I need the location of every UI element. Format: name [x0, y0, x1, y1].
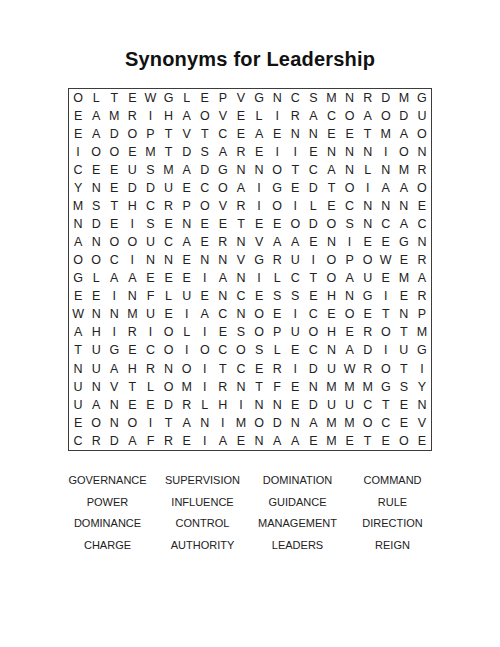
grid-cell-r5c12: O [268, 161, 286, 179]
grid-cell-r19c1: E [69, 414, 87, 432]
grid-cell-r9c7: A [178, 233, 196, 251]
grid-cell-r5c20: R [413, 161, 431, 179]
grid-cell-r14c13: U [286, 324, 304, 342]
grid-cell-r11c3: A [105, 269, 123, 287]
grid-cell-r19c6: T [160, 414, 178, 432]
grid-cell-r1c13: C [286, 89, 304, 107]
grid-cell-r20c4: A [123, 432, 141, 450]
grid-cell-r4c5: M [141, 143, 159, 161]
grid-cell-r18c1: U [69, 396, 87, 414]
grid-cell-r13c18: T [377, 306, 395, 324]
puzzle-page: Synonyms for Leadership OLTEWGLEPVGNCSMN… [0, 48, 500, 647]
grid-cell-r20c5: F [141, 432, 159, 450]
grid-cell-r1c17: R [359, 89, 377, 107]
grid-cell-r1c4: E [123, 89, 141, 107]
grid-cell-r11c6: E [160, 269, 178, 287]
grid-cell-r16c2: U [87, 360, 105, 378]
grid-cell-r11c2: L [87, 269, 105, 287]
grid-cell-r4c14: E [304, 143, 322, 161]
word-list-column-2: SUPERVISIONINFLUENCECONTROLAUTHORITY [155, 470, 250, 556]
grid-cell-r11c8: I [196, 269, 214, 287]
grid-cell-r3c17: T [359, 125, 377, 143]
grid-cell-r16c12: R [268, 360, 286, 378]
grid-cell-r17c1: U [69, 378, 87, 396]
grid-cell-r14c12: P [268, 324, 286, 342]
grid-cell-r3c18: M [377, 125, 395, 143]
grid-cell-r15c7: I [178, 342, 196, 360]
grid-cell-r15c5: C [141, 342, 159, 360]
grid-cell-r18c5: E [141, 396, 159, 414]
grid-cell-r10c18: W [377, 251, 395, 269]
grid-cell-r7c19: N [395, 197, 413, 215]
grid-cell-r16c7: O [178, 360, 196, 378]
grid-cell-r7c9: V [214, 197, 232, 215]
word-list-column-4: COMMANDRULEDIRECTIONREIGN [345, 470, 440, 556]
grid-cell-r18c2: A [87, 396, 105, 414]
grid-cell-r17c11: T [250, 378, 268, 396]
grid-cell-r18c3: N [105, 396, 123, 414]
grid-cell-r10c4: I [123, 251, 141, 269]
grid-cell-r19c4: O [123, 414, 141, 432]
grid-cell-r12c2: E [87, 288, 105, 306]
grid-cell-r14c16: E [341, 324, 359, 342]
grid-cell-r2c14: A [304, 107, 322, 125]
grid-cell-r8c16: S [341, 215, 359, 233]
grid-cell-r8c10: T [232, 215, 250, 233]
grid-cell-r3c7: V [178, 125, 196, 143]
grid-cell-r4c15: N [322, 143, 340, 161]
grid-cell-r15c9: C [214, 342, 232, 360]
grid-cell-r18c17: C [359, 396, 377, 414]
grid-cell-r4c2: O [87, 143, 105, 161]
grid-cell-r19c11: O [250, 414, 268, 432]
grid-cell-r4c17: N [359, 143, 377, 161]
grid-cell-r7c7: P [178, 197, 196, 215]
grid-cell-r5c11: N [250, 161, 268, 179]
grid-cell-r2c9: V [214, 107, 232, 125]
grid-cell-r18c15: U [322, 396, 340, 414]
grid-cell-r13c7: I [178, 306, 196, 324]
grid-cell-r20c1: C [69, 432, 87, 450]
grid-cell-r6c13: E [286, 179, 304, 197]
grid-cell-r7c14: L [304, 197, 322, 215]
grid-cell-r3c3: D [105, 125, 123, 143]
grid-cell-r14c15: H [322, 324, 340, 342]
grid-cell-r17c15: M [322, 378, 340, 396]
grid-cell-r6c10: A [232, 179, 250, 197]
grid-cell-r9c9: R [214, 233, 232, 251]
grid-cell-r9c11: V [250, 233, 268, 251]
grid-cell-r3c4: O [123, 125, 141, 143]
grid-cell-r3c5: P [141, 125, 159, 143]
grid-cell-r14c2: H [87, 324, 105, 342]
grid-cell-r10c6: N [160, 251, 178, 269]
grid-cell-r20c12: A [268, 432, 286, 450]
grid-cell-r7c6: R [160, 197, 178, 215]
grid-cell-r20c20: E [413, 432, 431, 450]
grid-cell-r11c20: A [413, 269, 431, 287]
grid-cell-r4c8: S [196, 143, 214, 161]
grid-cell-r13c16: O [341, 306, 359, 324]
grid-cell-r16c20: I [413, 360, 431, 378]
grid-cell-r6c15: T [322, 179, 340, 197]
grid-cell-r17c19: S [395, 378, 413, 396]
grid-cell-r6c7: E [178, 179, 196, 197]
grid-cell-r6c17: I [359, 179, 377, 197]
grid-cell-r14c8: I [196, 324, 214, 342]
grid-cell-r7c18: N [377, 197, 395, 215]
grid-cell-r16c10: C [232, 360, 250, 378]
grid-cell-r5c7: A [178, 161, 196, 179]
grid-cell-r19c17: O [359, 414, 377, 432]
grid-cell-r7c8: O [196, 197, 214, 215]
word-list-item: GOVERNANCE [60, 470, 155, 492]
grid-cell-r3c19: A [395, 125, 413, 143]
grid-cell-r11c16: A [341, 269, 359, 287]
grid-cell-r15c12: L [268, 342, 286, 360]
grid-cell-r14c3: I [105, 324, 123, 342]
grid-cell-r12c20: R [413, 288, 431, 306]
grid-cell-r16c11: E [250, 360, 268, 378]
grid-cell-r6c14: D [304, 179, 322, 197]
grid-cell-r18c9: H [214, 396, 232, 414]
grid-cell-r18c19: E [395, 396, 413, 414]
grid-cell-r18c18: T [377, 396, 395, 414]
word-list-column-3: DOMINATIONGUIDANCEMANAGEMENTLEADERS [250, 470, 345, 556]
grid-cell-r12c9: N [214, 288, 232, 306]
grid-cell-r8c6: E [160, 215, 178, 233]
grid-cell-r1c2: L [87, 89, 105, 107]
grid-cell-r14c18: O [377, 324, 395, 342]
grid-cell-r5c13: T [286, 161, 304, 179]
grid-cell-r8c11: E [250, 215, 268, 233]
grid-cell-r14c5: I [141, 324, 159, 342]
grid-cell-r17c5: L [141, 378, 159, 396]
grid-cell-r6c8: C [196, 179, 214, 197]
grid-cell-r2c8: O [196, 107, 214, 125]
grid-cell-r18c8: L [196, 396, 214, 414]
grid-cell-r16c1: N [69, 360, 87, 378]
grid-cell-r11c9: A [214, 269, 232, 287]
grid-cell-r19c15: M [322, 414, 340, 432]
word-list-item: AUTHORITY [155, 535, 250, 557]
grid-cell-r4c16: N [341, 143, 359, 161]
word-list-item: RULE [345, 492, 440, 514]
grid-cell-r10c5: N [141, 251, 159, 269]
grid-cell-r10c1: O [69, 251, 87, 269]
grid-cell-r2c13: R [286, 107, 304, 125]
grid-cell-r12c1: E [69, 288, 87, 306]
grid-cell-r16c16: W [341, 360, 359, 378]
grid-cell-r12c3: I [105, 288, 123, 306]
grid-cell-r18c16: U [341, 396, 359, 414]
grid-cell-r16c14: D [304, 360, 322, 378]
grid-cell-r20c17: T [359, 432, 377, 450]
grid-cell-r16c4: H [123, 360, 141, 378]
grid-cell-r5c17: L [359, 161, 377, 179]
grid-cell-r6c5: D [141, 179, 159, 197]
grid-cell-r11c17: U [359, 269, 377, 287]
grid-cell-r6c18: A [377, 179, 395, 197]
grid-cell-r10c2: O [87, 251, 105, 269]
grid-cell-r8c9: E [214, 215, 232, 233]
grid-cell-r8c20: C [413, 215, 431, 233]
grid-cell-r5c5: S [141, 161, 159, 179]
word-list-item: DIRECTION [345, 513, 440, 535]
grid-cell-r6c19: A [395, 179, 413, 197]
grid-cell-r16c3: A [105, 360, 123, 378]
grid-cell-r13c1: W [69, 306, 87, 324]
grid-cell-r18c6: D [160, 396, 178, 414]
grid-cell-r3c20: O [413, 125, 431, 143]
grid-cell-r10c20: R [413, 251, 431, 269]
grid-cell-r20c9: A [214, 432, 232, 450]
grid-cell-r5c1: C [69, 161, 87, 179]
grid-cell-r13c6: E [160, 306, 178, 324]
grid-cell-r8c1: N [69, 215, 87, 233]
grid-cell-r12c19: E [395, 288, 413, 306]
grid-cell-r10c14: I [304, 251, 322, 269]
grid-cell-r3c8: T [196, 125, 214, 143]
grid-cell-r15c11: S [250, 342, 268, 360]
grid-cell-r9c19: G [395, 233, 413, 251]
grid-cell-r3c15: E [322, 125, 340, 143]
grid-cell-r13c11: O [250, 306, 268, 324]
grid-cell-r9c13: A [286, 233, 304, 251]
grid-cell-r12c11: E [250, 288, 268, 306]
word-list: GOVERNANCEPOWERDOMINANCECHARGESUPERVISIO… [60, 470, 440, 556]
grid-cell-r5c9: G [214, 161, 232, 179]
grid-cell-r5c16: N [341, 161, 359, 179]
grid-cell-r9c8: E [196, 233, 214, 251]
grid-cell-r1c16: N [341, 89, 359, 107]
grid-cell-r4c9: A [214, 143, 232, 161]
grid-cell-r17c7: M [178, 378, 196, 396]
grid-cell-r19c12: D [268, 414, 286, 432]
grid-cell-r12c15: H [322, 288, 340, 306]
grid-cell-r20c11: N [250, 432, 268, 450]
grid-cell-r1c1: O [69, 89, 87, 107]
grid-cell-r14c9: E [214, 324, 232, 342]
grid-cell-r12c17: G [359, 288, 377, 306]
grid-cell-r10c12: R [268, 251, 286, 269]
grid-cell-r15c16: A [341, 342, 359, 360]
grid-cell-r8c17: N [359, 215, 377, 233]
grid-cell-r9c3: O [105, 233, 123, 251]
grid-cell-r2c11: L [250, 107, 268, 125]
grid-cell-r6c4: D [123, 179, 141, 197]
grid-cell-r11c14: T [304, 269, 322, 287]
grid-cell-r4c12: I [268, 143, 286, 161]
grid-cell-r13c19: N [395, 306, 413, 324]
grid-cell-r8c12: E [268, 215, 286, 233]
grid-cell-r8c5: S [141, 215, 159, 233]
grid-cell-r17c8: I [196, 378, 214, 396]
grid-cell-r5c14: C [304, 161, 322, 179]
grid-cell-r13c10: N [232, 306, 250, 324]
grid-cell-r3c10: E [232, 125, 250, 143]
word-list-item: DOMINATION [250, 470, 345, 492]
grid-cell-r17c10: N [232, 378, 250, 396]
grid-cell-r19c20: V [413, 414, 431, 432]
grid-cell-r12c16: N [341, 288, 359, 306]
grid-cell-r20c18: E [377, 432, 395, 450]
grid-cell-r4c13: I [286, 143, 304, 161]
grid-cell-r1c19: M [395, 89, 413, 107]
grid-cell-r15c4: E [123, 342, 141, 360]
grid-cell-r7c1: M [69, 197, 87, 215]
grid-cell-r1c5: W [141, 89, 159, 107]
grid-cell-r8c19: A [395, 215, 413, 233]
grid-cell-r19c9: I [214, 414, 232, 432]
word-list-item: LEADERS [250, 535, 345, 557]
grid-cell-r18c7: R [178, 396, 196, 414]
word-list-item: REIGN [345, 535, 440, 557]
grid-cell-r11c10: N [232, 269, 250, 287]
grid-cell-r12c4: N [123, 288, 141, 306]
grid-cell-r17c20: Y [413, 378, 431, 396]
grid-cell-r9c20: N [413, 233, 431, 251]
grid-cell-r6c2: N [87, 179, 105, 197]
grid-cell-r3c11: A [250, 125, 268, 143]
grid-cell-r2c20: U [413, 107, 431, 125]
grid-cell-r4c18: I [377, 143, 395, 161]
grid-cell-r11c7: E [178, 269, 196, 287]
grid-cell-r7c2: S [87, 197, 105, 215]
grid-cell-r17c17: M [359, 378, 377, 396]
grid-cell-r7c17: N [359, 197, 377, 215]
word-list-item: INFLUENCE [155, 492, 250, 514]
grid-cell-r20c13: A [286, 432, 304, 450]
grid-cell-r18c20: N [413, 396, 431, 414]
grid-cell-r3c12: E [268, 125, 286, 143]
grid-cell-r17c9: R [214, 378, 232, 396]
grid-cell-r9c6: C [160, 233, 178, 251]
grid-cell-r4c10: R [232, 143, 250, 161]
grid-cell-r10c9: N [214, 251, 232, 269]
grid-cell-r20c19: O [395, 432, 413, 450]
grid-cell-r12c13: S [286, 288, 304, 306]
grid-cell-r10c15: O [322, 251, 340, 269]
grid-cell-r19c7: A [178, 414, 196, 432]
grid-cell-r15c10: O [232, 342, 250, 360]
grid-cell-r8c7: N [178, 215, 196, 233]
grid-cell-r17c3: V [105, 378, 123, 396]
grid-cell-r7c16: C [341, 197, 359, 215]
grid-cell-r13c14: C [304, 306, 322, 324]
grid-cell-r9c17: E [359, 233, 377, 251]
grid-cell-r15c20: G [413, 342, 431, 360]
grid-cell-r3c9: C [214, 125, 232, 143]
grid-cell-r4c4: E [123, 143, 141, 161]
grid-cell-r20c8: I [196, 432, 214, 450]
grid-cell-r1c18: D [377, 89, 395, 107]
grid-cell-r10c8: N [196, 251, 214, 269]
grid-cell-r11c19: M [395, 269, 413, 287]
grid-cell-r20c6: R [160, 432, 178, 450]
grid-cell-r9c1: A [69, 233, 87, 251]
grid-cell-r13c3: N [105, 306, 123, 324]
grid-cell-r19c2: O [87, 414, 105, 432]
grid-cell-r12c14: E [304, 288, 322, 306]
grid-cell-r15c17: D [359, 342, 377, 360]
grid-cell-r10c17: O [359, 251, 377, 269]
grid-cell-r3c14: N [304, 125, 322, 143]
grid-cell-r20c3: D [105, 432, 123, 450]
grid-cell-r11c12: L [268, 269, 286, 287]
grid-cell-r9c18: E [377, 233, 395, 251]
grid-cell-r8c8: E [196, 215, 214, 233]
grid-cell-r7c15: E [322, 197, 340, 215]
grid-cell-r14c6: O [160, 324, 178, 342]
grid-cell-r18c10: I [232, 396, 250, 414]
grid-cell-r14c7: L [178, 324, 196, 342]
letter-grid: OLTEWGLEPVGNCSMNRDMGEAMRIHAOVELIRACOAODU… [68, 88, 432, 451]
grid-cell-r13c13: I [286, 306, 304, 324]
grid-cell-r10c13: U [286, 251, 304, 269]
grid-cell-r7c13: I [286, 197, 304, 215]
grid-cell-r9c16: I [341, 233, 359, 251]
grid-cell-r15c19: U [395, 342, 413, 360]
grid-cell-r2c19: D [395, 107, 413, 125]
grid-cell-r10c10: V [232, 251, 250, 269]
grid-cell-r10c7: E [178, 251, 196, 269]
grid-cell-r19c3: N [105, 414, 123, 432]
grid-cell-r11c1: G [69, 269, 87, 287]
grid-cell-r15c6: O [160, 342, 178, 360]
grid-cell-r6c6: U [160, 179, 178, 197]
grid-cell-r11c15: O [322, 269, 340, 287]
word-list-item: POWER [60, 492, 155, 514]
grid-cell-r5c6: M [160, 161, 178, 179]
grid-cell-r18c4: E [123, 396, 141, 414]
grid-cell-r16c15: U [322, 360, 340, 378]
grid-cell-r15c1: T [69, 342, 87, 360]
grid-cell-r13c12: E [268, 306, 286, 324]
grid-cell-r1c12: N [268, 89, 286, 107]
grid-cell-r1c8: E [196, 89, 214, 107]
grid-cell-r4c1: I [69, 143, 87, 161]
grid-cell-r9c5: U [141, 233, 159, 251]
grid-cell-r5c8: D [196, 161, 214, 179]
grid-cell-r12c10: C [232, 288, 250, 306]
grid-cell-r13c4: M [123, 306, 141, 324]
grid-cell-r20c14: E [304, 432, 322, 450]
grid-cell-r20c10: E [232, 432, 250, 450]
grid-cell-r8c4: I [123, 215, 141, 233]
grid-cell-r4c19: O [395, 143, 413, 161]
grid-cell-r2c4: R [123, 107, 141, 125]
grid-cell-r8c13: O [286, 215, 304, 233]
grid-cell-r15c18: I [377, 342, 395, 360]
grid-cell-r16c5: R [141, 360, 159, 378]
grid-cell-r9c12: A [268, 233, 286, 251]
word-list-column-1: GOVERNANCEPOWERDOMINANCECHARGE [60, 470, 155, 556]
grid-cell-r16c19: T [395, 360, 413, 378]
grid-cell-r17c16: M [341, 378, 359, 396]
grid-cell-r19c5: I [141, 414, 159, 432]
grid-cell-r13c20: P [413, 306, 431, 324]
grid-cell-r2c12: I [268, 107, 286, 125]
grid-cell-r9c4: O [123, 233, 141, 251]
grid-cell-r2c2: A [87, 107, 105, 125]
grid-cell-r1c20: G [413, 89, 431, 107]
grid-cell-r3c1: E [69, 125, 87, 143]
grid-cell-r9c2: N [87, 233, 105, 251]
grid-cell-r2c18: O [377, 107, 395, 125]
grid-cell-r6c12: G [268, 179, 286, 197]
grid-cell-r4c3: O [105, 143, 123, 161]
